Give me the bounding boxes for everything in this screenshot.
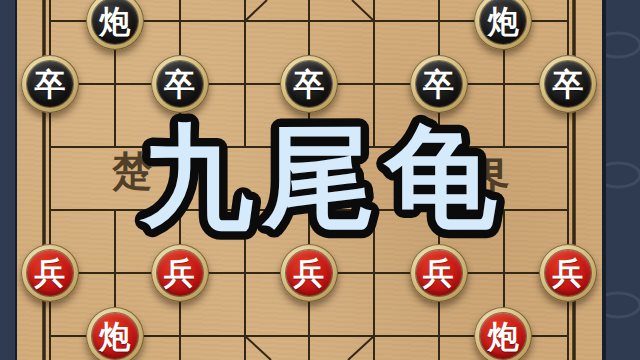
piece-glyph: 炮 [99, 321, 130, 352]
piece-disc: 炮 [92, 0, 138, 44]
red-cannon-piece[interactable]: 炮 [86, 307, 144, 360]
red-soldier-piece[interactable]: 兵 [21, 244, 79, 302]
piece-disc: 卒 [286, 61, 332, 107]
piece-disc: 卒 [545, 61, 591, 107]
black-soldier-piece[interactable]: 卒 [410, 55, 468, 113]
piece-disc: 兵 [157, 250, 203, 296]
piece-disc: 兵 [27, 250, 73, 296]
pieces-layer: 炮炮卒卒卒卒卒兵兵兵兵兵炮炮 [0, 0, 640, 360]
black-soldier-piece[interactable]: 卒 [21, 55, 79, 113]
piece-disc: 兵 [286, 250, 332, 296]
piece-glyph: 炮 [488, 321, 519, 352]
piece-glyph: 卒 [294, 69, 325, 100]
piece-disc: 炮 [480, 0, 526, 44]
piece-disc: 卒 [416, 61, 462, 107]
piece-glyph: 兵 [164, 258, 195, 289]
piece-glyph: 兵 [294, 258, 325, 289]
left-letterbox [0, 0, 17, 360]
watermark-ghost [606, 0, 640, 360]
piece-disc: 卒 [27, 61, 73, 107]
red-cannon-piece[interactable]: 炮 [474, 307, 532, 360]
red-soldier-piece[interactable]: 兵 [539, 244, 597, 302]
piece-glyph: 炮 [99, 6, 130, 37]
red-soldier-piece[interactable]: 兵 [410, 244, 468, 302]
piece-disc: 兵 [545, 250, 591, 296]
piece-disc: 炮 [92, 313, 138, 359]
piece-disc: 兵 [416, 250, 462, 296]
black-soldier-piece[interactable]: 卒 [151, 55, 209, 113]
piece-disc: 卒 [157, 61, 203, 107]
black-soldier-piece[interactable]: 卒 [280, 55, 338, 113]
piece-glyph: 卒 [423, 69, 454, 100]
piece-glyph: 卒 [553, 69, 584, 100]
black-cannon-piece[interactable]: 炮 [86, 0, 144, 50]
piece-glyph: 炮 [488, 6, 519, 37]
piece-glyph: 卒 [35, 69, 66, 100]
piece-glyph: 兵 [35, 258, 66, 289]
right-letterbox [602, 0, 640, 360]
red-soldier-piece[interactable]: 兵 [280, 244, 338, 302]
black-cannon-piece[interactable]: 炮 [474, 0, 532, 50]
piece-glyph: 兵 [553, 258, 584, 289]
black-soldier-piece[interactable]: 卒 [539, 55, 597, 113]
red-soldier-piece[interactable]: 兵 [151, 244, 209, 302]
piece-glyph: 兵 [423, 258, 454, 289]
piece-disc: 炮 [480, 313, 526, 359]
video-frame: 楚 界 炮炮卒卒卒卒卒兵兵兵兵兵炮炮 九尾龟 [0, 0, 640, 360]
piece-glyph: 卒 [164, 69, 195, 100]
